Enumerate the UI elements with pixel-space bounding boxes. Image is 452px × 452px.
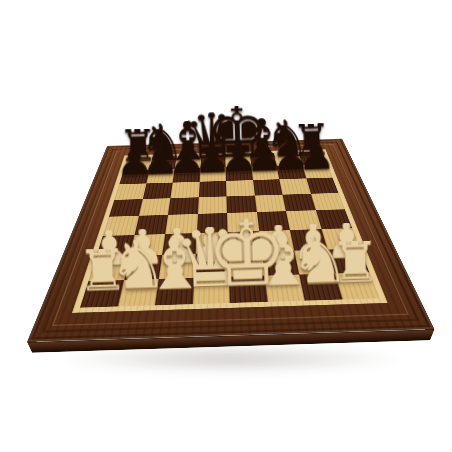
square-b6[interactable]: [142, 183, 172, 199]
piece-c1-white-bishop[interactable]: ♝: [155, 277, 194, 305]
square-a7[interactable]: [119, 169, 149, 184]
square-d7[interactable]: [199, 167, 226, 182]
square-c8[interactable]: [175, 155, 201, 168]
piece-e1-white-king[interactable]: ♚: [229, 275, 267, 303]
square-f6[interactable]: [253, 179, 283, 195]
chess-board: ♜♞♝♛♚♝♞♜♟♟♟♟♟♟♟♟♟♟♟♟♟♟♟♟♜♞♝♛♚♝♞♜: [27, 139, 434, 342]
square-h8[interactable]: [298, 151, 327, 164]
board-tilt-wrapper: ♜♞♝♛♚♝♞♜♟♟♟♟♟♟♟♟♟♟♟♟♟♟♟♟♜♞♝♛♚♝♞♜: [0, 0, 452, 452]
square-f7[interactable]: [251, 165, 279, 180]
square-c7[interactable]: [173, 168, 200, 183]
square-b5[interactable]: [139, 198, 171, 216]
white-king-icon: ♚: [191, 216, 302, 290]
square-h6[interactable]: [306, 178, 339, 194]
square-h5[interactable]: [310, 193, 344, 211]
square-e7[interactable]: [226, 166, 253, 181]
square-g8[interactable]: [274, 152, 302, 165]
square-a6[interactable]: [114, 183, 146, 199]
square-b8[interactable]: [149, 156, 176, 169]
square-d6[interactable]: [198, 181, 226, 197]
square-e6[interactable]: [226, 180, 254, 196]
square-f8[interactable]: [249, 153, 276, 166]
square-b7[interactable]: [146, 169, 175, 184]
board-scene: ♜♞♝♛♚♝♞♜♟♟♟♟♟♟♟♟♟♟♟♟♟♟♟♟♜♞♝♛♚♝♞♜: [73, 59, 380, 366]
square-h7[interactable]: [302, 164, 333, 179]
square-e8[interactable]: [225, 154, 251, 167]
square-a8[interactable]: [124, 157, 152, 171]
square-d8[interactable]: [200, 154, 225, 167]
square-c6[interactable]: [170, 182, 199, 198]
chess-board-photo: ♜♞♝♛♚♝♞♜♟♟♟♟♟♟♟♟♟♟♟♟♟♟♟♟♜♞♝♛♚♝♞♜: [0, 0, 452, 452]
square-a5[interactable]: [109, 199, 142, 217]
